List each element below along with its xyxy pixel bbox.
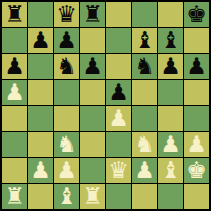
square-b3[interactable] xyxy=(28,132,53,157)
piece-white-pawn: ♟ xyxy=(56,159,77,182)
chess-board: ♜♛♜♚♟♟♝♝♟♞♟♞♟♟♟♟♟♞♞♟♟♟♟♛♟♝♚♜♝♜ xyxy=(0,0,211,211)
square-g3[interactable]: ♟ xyxy=(158,132,183,157)
piece-white-pawn: ♟ xyxy=(134,159,155,182)
piece-white-pawn: ♟ xyxy=(186,133,207,156)
square-a7[interactable] xyxy=(2,28,27,53)
square-e5[interactable]: ♟ xyxy=(106,80,131,105)
square-e1[interactable] xyxy=(106,184,131,209)
square-d5[interactable] xyxy=(80,80,105,105)
square-h5[interactable] xyxy=(184,80,209,105)
piece-black-pawn: ♟ xyxy=(30,29,51,52)
square-a6[interactable]: ♟ xyxy=(2,54,27,79)
square-b7[interactable]: ♟ xyxy=(28,28,53,53)
piece-white-pawn: ♟ xyxy=(108,107,129,130)
square-h6[interactable]: ♟ xyxy=(184,54,209,79)
square-d1[interactable]: ♜ xyxy=(80,184,105,209)
square-b8[interactable] xyxy=(28,2,53,27)
square-g6[interactable]: ♟ xyxy=(158,54,183,79)
square-h8[interactable]: ♚ xyxy=(184,2,209,27)
square-c7[interactable]: ♟ xyxy=(54,28,79,53)
piece-white-queen: ♛ xyxy=(108,159,129,182)
square-e6[interactable] xyxy=(106,54,131,79)
piece-white-knight: ♞ xyxy=(134,133,155,156)
square-d6[interactable]: ♟ xyxy=(80,54,105,79)
piece-black-pawn: ♟ xyxy=(4,55,25,78)
piece-black-knight: ♞ xyxy=(134,55,155,78)
square-f3[interactable]: ♞ xyxy=(132,132,157,157)
square-f5[interactable] xyxy=(132,80,157,105)
square-e4[interactable]: ♟ xyxy=(106,106,131,131)
piece-white-pawn: ♟ xyxy=(160,133,181,156)
square-h4[interactable] xyxy=(184,106,209,131)
square-g2[interactable]: ♝ xyxy=(158,158,183,183)
piece-black-pawn: ♟ xyxy=(56,29,77,52)
square-g4[interactable] xyxy=(158,106,183,131)
square-a5[interactable]: ♟ xyxy=(2,80,27,105)
piece-white-pawn: ♟ xyxy=(30,159,51,182)
piece-black-pawn: ♟ xyxy=(82,55,103,78)
square-g8[interactable] xyxy=(158,2,183,27)
square-b5[interactable] xyxy=(28,80,53,105)
square-e7[interactable] xyxy=(106,28,131,53)
square-c1[interactable]: ♝ xyxy=(54,184,79,209)
square-g5[interactable] xyxy=(158,80,183,105)
piece-white-bishop: ♝ xyxy=(160,159,181,182)
piece-white-rook: ♜ xyxy=(82,185,103,208)
square-d4[interactable] xyxy=(80,106,105,131)
square-f8[interactable] xyxy=(132,2,157,27)
square-d8[interactable]: ♜ xyxy=(80,2,105,27)
square-d2[interactable] xyxy=(80,158,105,183)
square-g7[interactable]: ♝ xyxy=(158,28,183,53)
square-d3[interactable] xyxy=(80,132,105,157)
square-b6[interactable] xyxy=(28,54,53,79)
square-f7[interactable]: ♝ xyxy=(132,28,157,53)
piece-black-pawn: ♟ xyxy=(108,81,129,104)
square-f4[interactable] xyxy=(132,106,157,131)
square-h3[interactable]: ♟ xyxy=(184,132,209,157)
square-a8[interactable]: ♜ xyxy=(2,2,27,27)
square-h2[interactable]: ♚ xyxy=(184,158,209,183)
piece-black-king: ♚ xyxy=(186,3,207,26)
square-c3[interactable]: ♞ xyxy=(54,132,79,157)
piece-white-bishop: ♝ xyxy=(56,185,77,208)
square-c2[interactable]: ♟ xyxy=(54,158,79,183)
square-c6[interactable]: ♞ xyxy=(54,54,79,79)
square-e3[interactable] xyxy=(106,132,131,157)
square-e2[interactable]: ♛ xyxy=(106,158,131,183)
square-a1[interactable]: ♜ xyxy=(2,184,27,209)
piece-black-pawn: ♟ xyxy=(160,55,181,78)
piece-black-knight: ♞ xyxy=(56,55,77,78)
square-f2[interactable]: ♟ xyxy=(132,158,157,183)
piece-white-pawn: ♟ xyxy=(4,81,25,104)
piece-black-rook: ♜ xyxy=(82,3,103,26)
square-f1[interactable] xyxy=(132,184,157,209)
piece-white-knight: ♞ xyxy=(56,133,77,156)
square-g1[interactable] xyxy=(158,184,183,209)
piece-black-pawn: ♟ xyxy=(186,55,207,78)
square-h7[interactable] xyxy=(184,28,209,53)
square-a2[interactable] xyxy=(2,158,27,183)
square-d7[interactable] xyxy=(80,28,105,53)
square-b2[interactable]: ♟ xyxy=(28,158,53,183)
square-c5[interactable] xyxy=(54,80,79,105)
square-b4[interactable] xyxy=(28,106,53,131)
piece-black-bishop: ♝ xyxy=(160,29,181,52)
square-f6[interactable]: ♞ xyxy=(132,54,157,79)
piece-black-rook: ♜ xyxy=(4,3,25,26)
piece-black-bishop: ♝ xyxy=(134,29,155,52)
square-h1[interactable] xyxy=(184,184,209,209)
square-a4[interactable] xyxy=(2,106,27,131)
square-c4[interactable] xyxy=(54,106,79,131)
square-e8[interactable] xyxy=(106,2,131,27)
square-b1[interactable] xyxy=(28,184,53,209)
square-c8[interactable]: ♛ xyxy=(54,2,79,27)
piece-black-queen: ♛ xyxy=(56,3,77,26)
square-a3[interactable] xyxy=(2,132,27,157)
piece-white-rook: ♜ xyxy=(4,185,25,208)
piece-white-king: ♚ xyxy=(186,159,207,182)
